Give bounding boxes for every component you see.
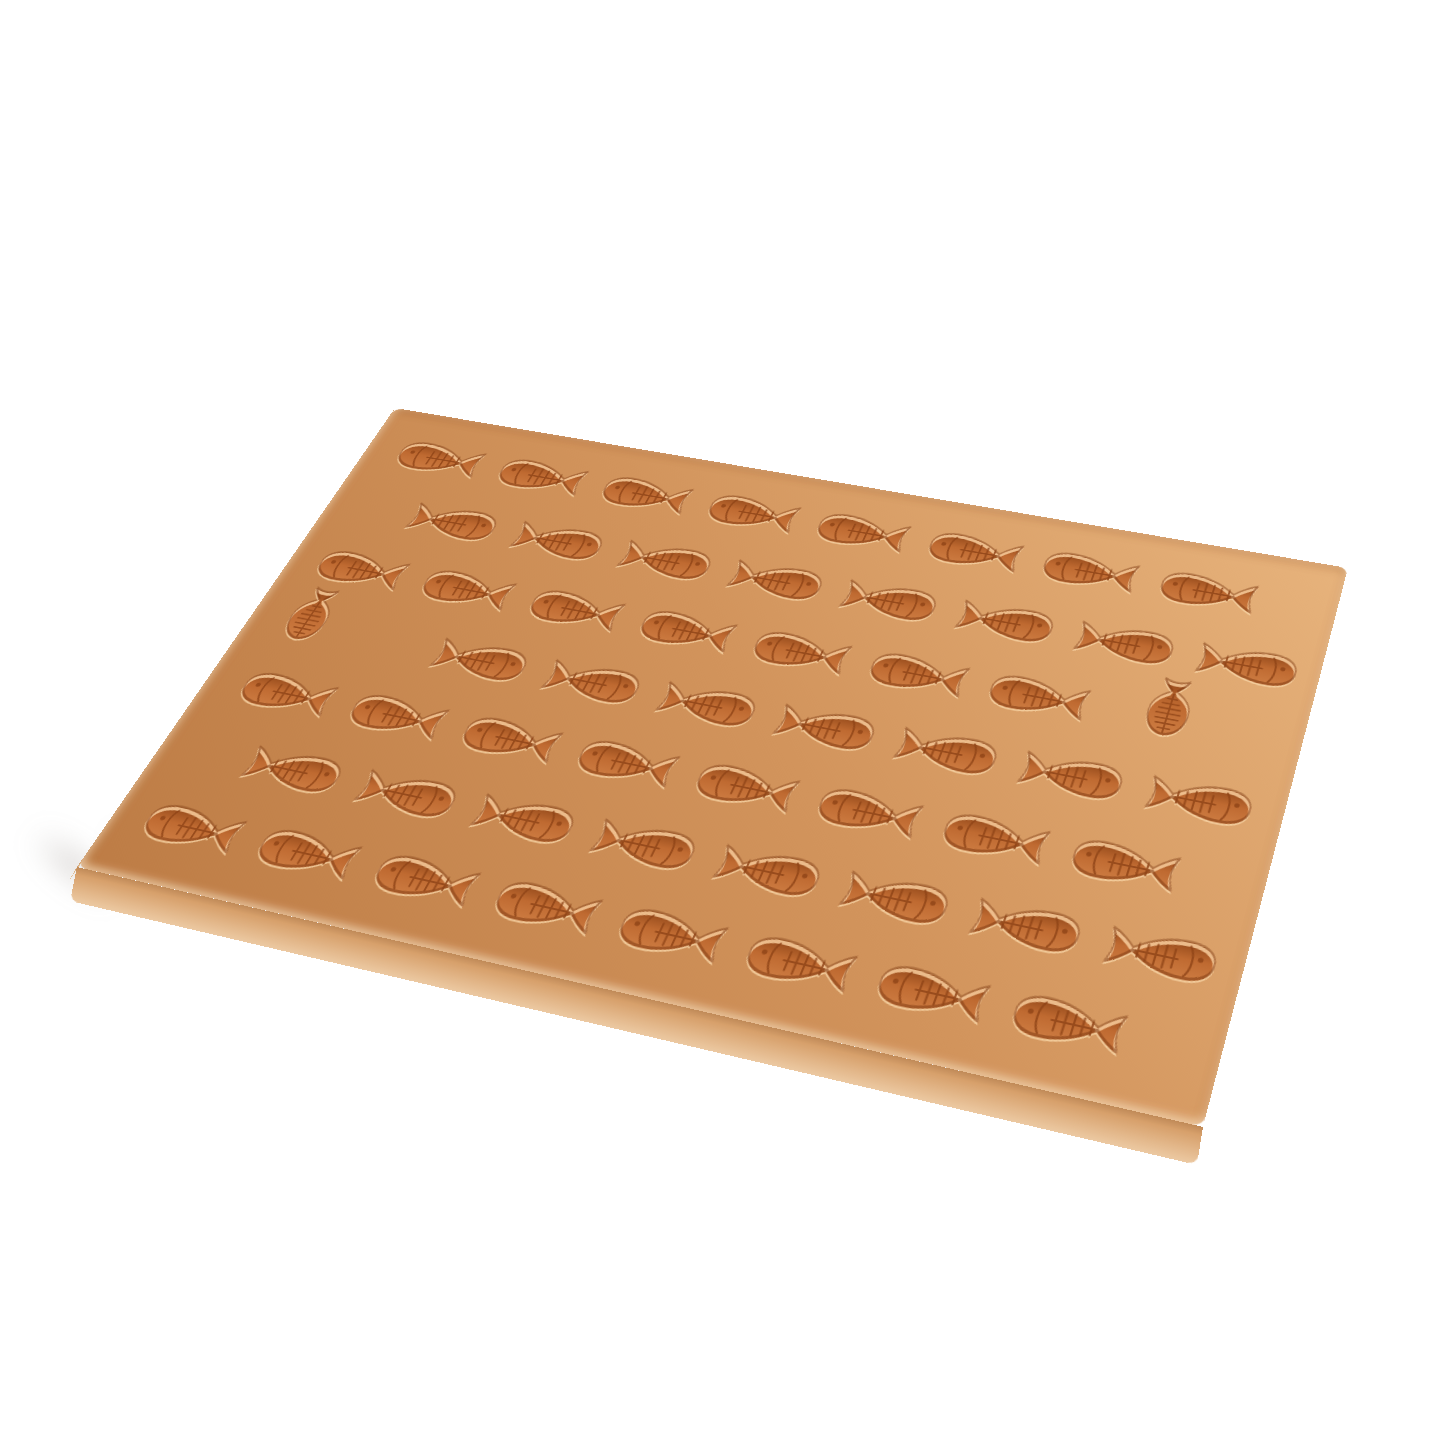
fish-cavity [362, 847, 502, 918]
fish-cavity [220, 738, 353, 802]
fish-cavity [979, 668, 1110, 730]
fish-cavity [387, 496, 508, 548]
fish-cavity [997, 743, 1132, 809]
fish-cavity [807, 781, 944, 849]
fish-cavity [130, 797, 266, 864]
fish-cavity [333, 761, 468, 827]
fish-cavity [873, 719, 1007, 784]
fish-cavity [919, 526, 1042, 580]
fish-cavity [685, 756, 820, 822]
fish-cavity [1151, 565, 1277, 622]
fish-cavity [244, 821, 382, 890]
vertical-fish-cavity [1131, 673, 1209, 742]
fish-cavity [820, 572, 946, 629]
fish-cavity [691, 836, 831, 907]
fish-cavity [932, 806, 1070, 876]
fish-cavity [518, 583, 644, 640]
fish-cavity [743, 625, 871, 684]
fish-cavity [606, 900, 749, 974]
fish-cavity [935, 593, 1062, 651]
fish-cavity [698, 489, 819, 541]
fish-cavity [410, 631, 538, 690]
fish-cavity [818, 862, 959, 935]
fish-cavity [947, 889, 1090, 964]
fish-cavity [410, 564, 534, 619]
fish-cavity [488, 453, 606, 503]
fish-cavity [1124, 767, 1261, 835]
fish-cavity [491, 514, 613, 567]
fish-cavity [591, 471, 711, 522]
product-photo [0, 0, 1445, 1445]
fish-cavity [753, 696, 885, 759]
fish-cavity [708, 553, 832, 608]
fish-cavity [866, 956, 1012, 1035]
fish-cavity [859, 646, 989, 707]
fish-cavity [734, 928, 879, 1004]
fish-cavity [1054, 613, 1182, 672]
fish-cavity [807, 507, 929, 560]
fish-cavity [566, 733, 700, 798]
vertical-fish-cavity [269, 583, 354, 645]
fish-cavity [338, 687, 469, 749]
fish-cavity [386, 436, 503, 485]
fish-cavity [228, 665, 357, 725]
fish-cavity [1062, 831, 1202, 902]
fish-cavity [521, 652, 650, 712]
fish-cavity [1034, 546, 1159, 602]
fish-cavity [629, 604, 756, 662]
fish-cavity [1081, 916, 1226, 993]
fish-cavity [598, 533, 721, 587]
fish-cavity [449, 785, 585, 852]
fish-cavity [1002, 986, 1150, 1067]
fish-cavity [635, 674, 766, 736]
fish-cavity [569, 810, 707, 879]
fish-cavity [482, 873, 623, 946]
fish-cavity [450, 710, 582, 773]
